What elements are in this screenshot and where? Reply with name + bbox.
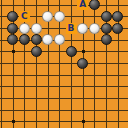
black-stone bbox=[19, 34, 30, 45]
white-stone bbox=[77, 23, 88, 34]
grid-line-vertical bbox=[71, 0, 72, 128]
white-stone bbox=[54, 34, 65, 45]
black-stone bbox=[7, 23, 18, 34]
go-board[interactable]: ABC bbox=[0, 0, 128, 128]
black-stone bbox=[7, 11, 18, 22]
grid-line-horizontal bbox=[0, 63, 128, 64]
grid-line-horizontal bbox=[0, 51, 128, 52]
grid-line-vertical bbox=[94, 0, 95, 128]
black-stone bbox=[66, 46, 77, 57]
white-stone bbox=[42, 34, 53, 45]
grid-line-horizontal bbox=[0, 5, 128, 6]
grid-line-vertical bbox=[36, 0, 37, 128]
grid-line-horizontal bbox=[0, 98, 128, 99]
grid-line-horizontal bbox=[0, 121, 128, 122]
black-stone bbox=[112, 23, 123, 34]
grid-line-horizontal bbox=[0, 75, 128, 76]
star-point bbox=[82, 120, 85, 123]
white-stone bbox=[31, 23, 42, 34]
move-label-A[interactable]: A bbox=[77, 0, 88, 10]
grid-line-horizontal bbox=[0, 86, 128, 87]
black-stone bbox=[101, 34, 112, 45]
grid-line-horizontal bbox=[0, 110, 128, 111]
black-stone bbox=[89, 0, 100, 10]
black-stone bbox=[31, 46, 42, 57]
black-stone bbox=[101, 23, 112, 34]
grid-line-vertical bbox=[1, 0, 2, 128]
star-point bbox=[82, 50, 85, 53]
black-stone bbox=[7, 34, 18, 45]
white-stone bbox=[89, 23, 100, 34]
black-stone bbox=[77, 58, 88, 69]
star-point bbox=[12, 120, 15, 123]
white-stone bbox=[42, 11, 53, 22]
black-stone bbox=[101, 11, 112, 22]
black-stone bbox=[31, 34, 42, 45]
black-stone bbox=[112, 11, 123, 22]
white-stone bbox=[54, 11, 65, 22]
move-label-B[interactable]: B bbox=[66, 23, 77, 34]
move-label-C[interactable]: C bbox=[19, 11, 30, 22]
white-stone bbox=[19, 23, 30, 34]
star-point bbox=[12, 50, 15, 53]
